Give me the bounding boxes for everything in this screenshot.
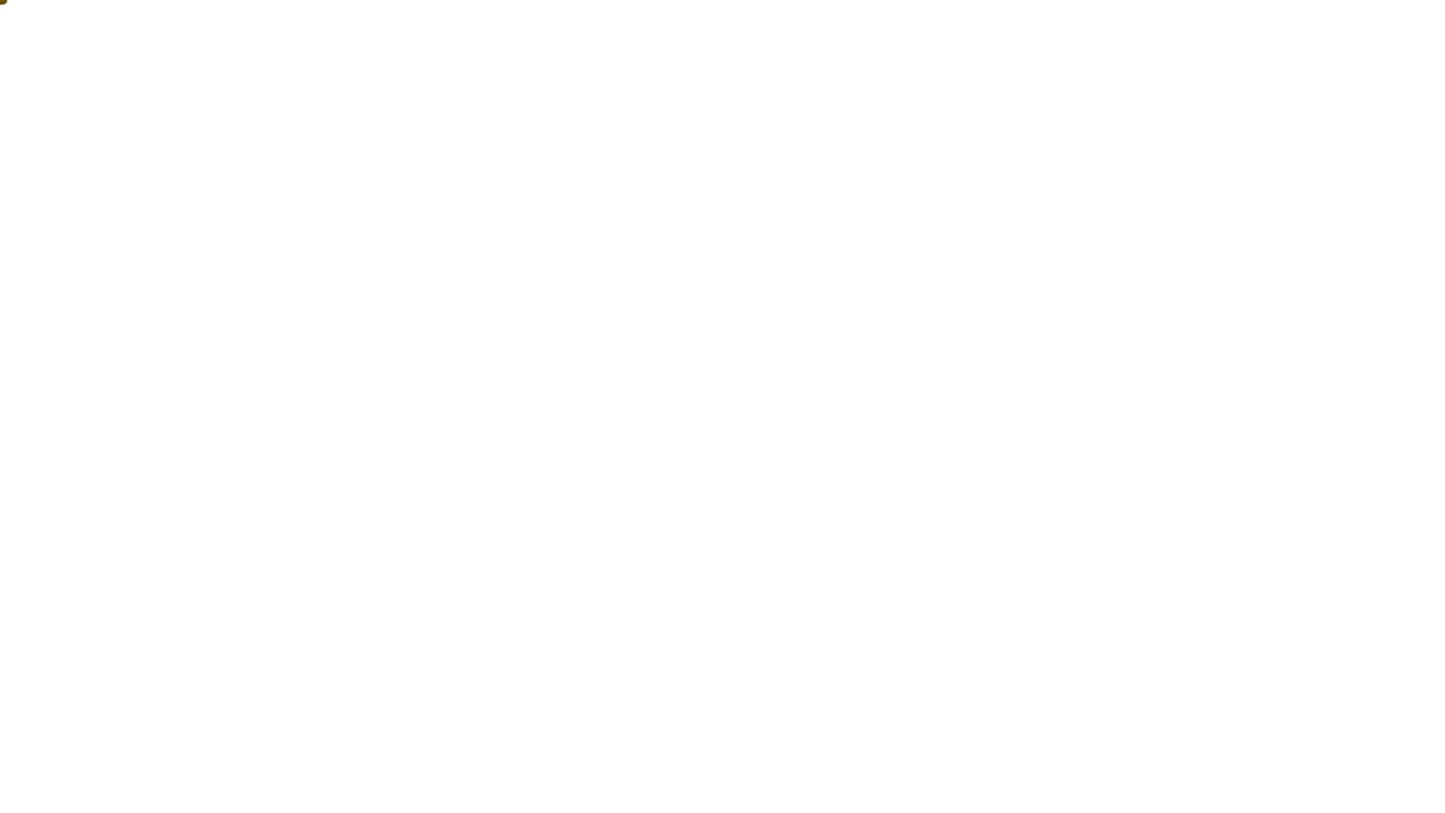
- marble-chess-board: [0, 0, 1445, 813]
- product-photo-chess-set: ♜♞♝♛♚♝♞♜♟♟♟♟♟♟♟♟♟♟♟♟♟♟♟♟♜♞♝♛♚♝♞♜: [0, 0, 1445, 813]
